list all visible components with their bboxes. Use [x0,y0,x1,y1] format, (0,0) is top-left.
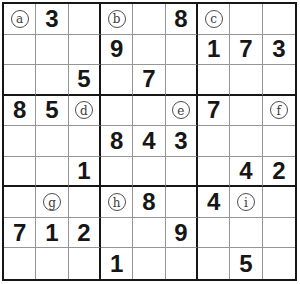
cell-r4c3[interactable]: d [69,96,101,127]
given-digit: 9 [110,37,123,61]
cell-r8c6[interactable]: 9 [166,218,198,249]
region-label-c-icon: c [205,10,223,28]
cell-r6c7[interactable] [198,157,230,188]
cell-r9c9[interactable] [263,248,295,279]
cell-r7c8[interactable]: i [230,187,262,218]
given-digit: 7 [207,98,220,122]
cell-r2c3[interactable] [69,35,101,66]
region-label-b-icon: b [108,10,126,28]
cell-r9c8[interactable]: 5 [230,248,262,279]
cell-r5c5[interactable]: 4 [133,126,165,157]
cell-r1c4[interactable]: b [101,4,133,35]
given-digit: 1 [110,252,123,276]
given-digit: 2 [272,159,285,183]
cell-r4c1[interactable]: 8 [4,96,36,127]
region-label-f-icon: f [270,101,288,119]
cell-r9c7[interactable] [198,248,230,279]
cell-r8c7[interactable] [198,218,230,249]
cell-r1c5[interactable] [133,4,165,35]
cell-r6c8[interactable]: 4 [230,157,262,188]
cell-r9c1[interactable] [4,248,36,279]
cell-r1c2[interactable]: 3 [36,4,68,35]
cell-r8c1[interactable]: 7 [4,218,36,249]
region-label-i-icon: i [237,193,255,211]
cell-r4c4[interactable] [101,96,133,127]
cell-r9c6[interactable] [166,248,198,279]
given-digit: 8 [142,190,155,214]
cell-r5c8[interactable] [230,126,262,157]
cell-r6c5[interactable] [133,157,165,188]
cell-r5c2[interactable] [36,126,68,157]
cell-r2c5[interactable] [133,35,165,66]
cell-r2c9[interactable]: 3 [263,35,295,66]
cell-r1c6[interactable]: 8 [166,4,198,35]
cell-r1c9[interactable] [263,4,295,35]
cell-r2c4[interactable]: 9 [101,35,133,66]
given-digit: 7 [13,221,26,245]
cell-r1c3[interactable] [69,4,101,35]
cell-r2c6[interactable] [166,35,198,66]
cell-r3c8[interactable] [230,65,262,96]
cell-r6c3[interactable]: 1 [69,157,101,188]
cell-r4c5[interactable] [133,96,165,127]
cell-r4c8[interactable] [230,96,262,127]
cell-r6c4[interactable] [101,157,133,188]
cell-r5c1[interactable] [4,126,36,157]
region-label-e-icon: e [172,101,190,119]
cell-r1c7[interactable]: c [198,4,230,35]
region-label-g-icon: g [43,193,61,211]
cell-r8c9[interactable] [263,218,295,249]
cell-r4c6[interactable]: e [166,96,198,127]
cell-r1c8[interactable] [230,4,262,35]
cell-r7c6[interactable] [166,187,198,218]
cell-r6c6[interactable] [166,157,198,188]
cell-r5c6[interactable]: 3 [166,126,198,157]
cell-r3c1[interactable] [4,65,36,96]
given-digit: 8 [174,7,187,31]
cell-r6c2[interactable] [36,157,68,188]
cell-r8c8[interactable] [230,218,262,249]
given-digit: 5 [45,98,58,122]
cell-r2c1[interactable] [4,35,36,66]
given-digit: 3 [45,7,58,31]
cell-r7c4[interactable]: h [101,187,133,218]
cell-r7c3[interactable] [69,187,101,218]
cell-r3c6[interactable] [166,65,198,96]
cell-r5c7[interactable] [198,126,230,157]
cell-r5c4[interactable]: 8 [101,126,133,157]
given-digit: 7 [142,67,155,91]
given-digit: 2 [77,221,90,245]
cell-r9c5[interactable] [133,248,165,279]
given-digit: 3 [174,129,187,153]
given-digit: 1 [45,221,58,245]
cell-r8c5[interactable] [133,218,165,249]
given-digit: 8 [110,129,123,153]
given-digit: 4 [207,190,220,214]
cell-r5c9[interactable] [263,126,295,157]
given-digit: 5 [239,252,252,276]
cell-r6c9[interactable]: 2 [263,157,295,188]
cell-r3c3[interactable]: 5 [69,65,101,96]
given-digit: 4 [142,129,155,153]
given-digit: 8 [13,98,26,122]
cell-r4c2[interactable]: 5 [36,96,68,127]
cell-r7c2[interactable]: g [36,187,68,218]
cell-r2c2[interactable] [36,35,68,66]
cell-r8c2[interactable]: 1 [36,218,68,249]
given-digit: 7 [239,37,252,61]
cell-r9c4[interactable]: 1 [101,248,133,279]
cell-r3c2[interactable] [36,65,68,96]
cell-r8c3[interactable]: 2 [69,218,101,249]
cell-r4c9[interactable]: f [263,96,295,127]
given-digit: 4 [239,159,252,183]
cell-r8c4[interactable] [101,218,133,249]
cell-r4c7[interactable]: 7 [198,96,230,127]
region-label-d-icon: d [75,101,93,119]
cell-r6c1[interactable] [4,157,36,188]
cell-r3c7[interactable] [198,65,230,96]
given-digit: 3 [272,37,285,61]
sudoku-board: a3b8c91735785de7f843142gh84i712915 [2,2,297,281]
given-digit: 5 [77,67,90,91]
cell-r3c9[interactable] [263,65,295,96]
cell-r7c7[interactable]: 4 [198,187,230,218]
cell-r9c3[interactable] [69,248,101,279]
cell-r2c8[interactable]: 7 [230,35,262,66]
cell-r5c3[interactable] [69,126,101,157]
cell-r9c2[interactable] [36,248,68,279]
cell-r2c7[interactable]: 1 [198,35,230,66]
given-digit: 1 [207,37,220,61]
cell-r3c4[interactable] [101,65,133,96]
cell-r7c1[interactable] [4,187,36,218]
cell-r3c5[interactable]: 7 [133,65,165,96]
cell-r1c1[interactable]: a [4,4,36,35]
region-label-h-icon: h [108,193,126,211]
cell-r7c9[interactable] [263,187,295,218]
region-label-a-icon: a [11,10,29,28]
given-digit: 9 [174,221,187,245]
given-digit: 1 [77,159,90,183]
cell-r7c5[interactable]: 8 [133,187,165,218]
